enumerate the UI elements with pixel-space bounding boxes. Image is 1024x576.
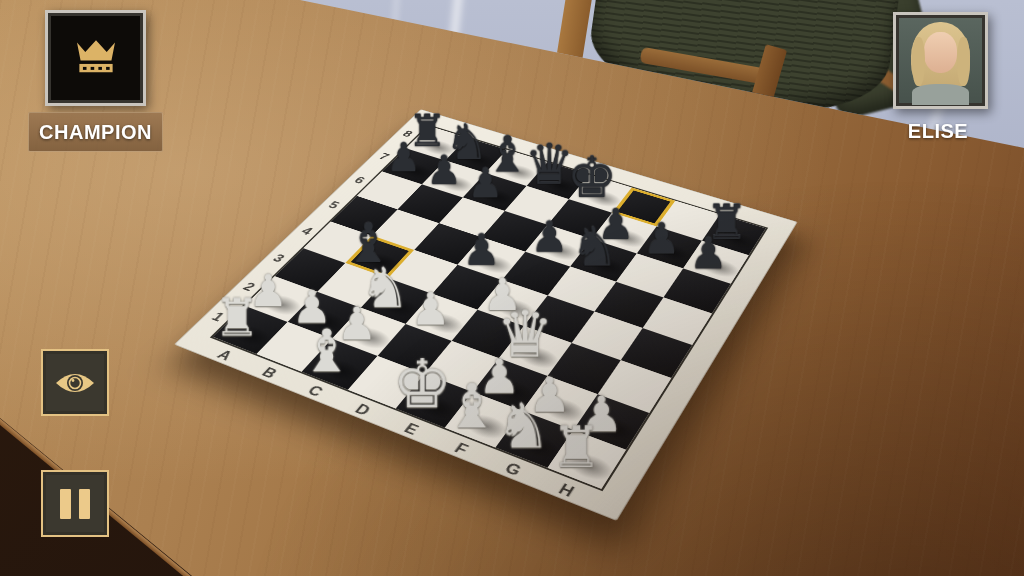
white-bishop[interactable]: ♝ xyxy=(444,377,499,435)
white-knight[interactable]: ♞ xyxy=(495,396,551,455)
white-pawn[interactable]: ♟ xyxy=(410,288,450,331)
black-pawn[interactable]: ♟ xyxy=(467,165,503,203)
square-h1[interactable]: ♜ xyxy=(548,430,626,489)
portrait-shoulders xyxy=(912,84,968,104)
woman-portrait xyxy=(899,18,982,103)
black-pawn[interactable]: ♟ xyxy=(689,234,727,275)
white-rook[interactable]: ♜ xyxy=(550,422,601,476)
black-player-name: ELISE xyxy=(878,120,998,143)
white-player-avatar xyxy=(45,10,146,106)
black-king[interactable]: ♚ xyxy=(566,151,616,204)
black-knight[interactable]: ♞ xyxy=(570,221,618,272)
white-player-name: CHAMPION xyxy=(39,121,152,144)
crown-icon xyxy=(72,39,120,77)
portrait-hair-lock xyxy=(957,37,969,86)
black-pawn[interactable]: ♟ xyxy=(530,217,568,257)
black-player-avatar xyxy=(893,12,988,109)
eye-icon xyxy=(54,369,96,397)
pause-button[interactable] xyxy=(41,470,109,537)
white-rook[interactable]: ♜ xyxy=(213,294,259,343)
white-king[interactable]: ♚ xyxy=(392,352,452,416)
portrait-hair-lock xyxy=(912,37,924,86)
black-pawn[interactable]: ♟ xyxy=(462,230,500,271)
white-player-name-bar: CHAMPION xyxy=(28,112,163,152)
pause-icon xyxy=(60,489,90,519)
game-screen: ♜♞♝♛♚♜♟♟♟♟♟♟♟♞♟♝♟♞♟♛♟♟♟♟♟♟♜♝♚♝♞♜ ABCDEFG… xyxy=(0,0,1024,576)
black-pawn[interactable]: ♟ xyxy=(426,152,462,190)
show-moves-button[interactable] xyxy=(41,349,109,416)
portrait-face xyxy=(924,32,957,73)
black-pawn[interactable]: ♟ xyxy=(642,219,680,259)
white-bishop[interactable]: ♝ xyxy=(300,323,352,379)
